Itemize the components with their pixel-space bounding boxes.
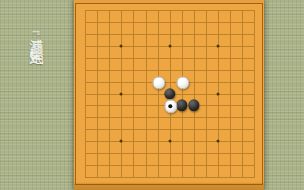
variation-number: 18 <box>32 47 42 56</box>
grid-line-vertical <box>242 10 243 178</box>
caption-panel: 『浦月』基础定式 18 <box>0 0 74 190</box>
star-point <box>217 44 220 47</box>
star-point <box>120 44 123 47</box>
star-point <box>120 140 123 143</box>
grid-line-horizontal <box>85 177 254 178</box>
star-point <box>217 140 220 143</box>
star-point <box>168 140 171 143</box>
lesson-screen: 『浦月』基础定式 18 <box>0 0 304 190</box>
last-move-marker <box>169 104 173 108</box>
star-point <box>217 92 220 95</box>
goban-board[interactable] <box>74 0 264 190</box>
star-point <box>168 44 171 47</box>
grid-line-horizontal <box>85 117 254 118</box>
grid-line-vertical <box>254 10 255 178</box>
lesson-title: 『浦月』基础定式 <box>30 26 44 42</box>
star-point <box>120 92 123 95</box>
grid-line-horizontal <box>85 129 254 130</box>
grid-line-horizontal <box>85 153 254 154</box>
grid-line-horizontal <box>85 165 254 166</box>
grid-line-vertical <box>230 10 231 178</box>
